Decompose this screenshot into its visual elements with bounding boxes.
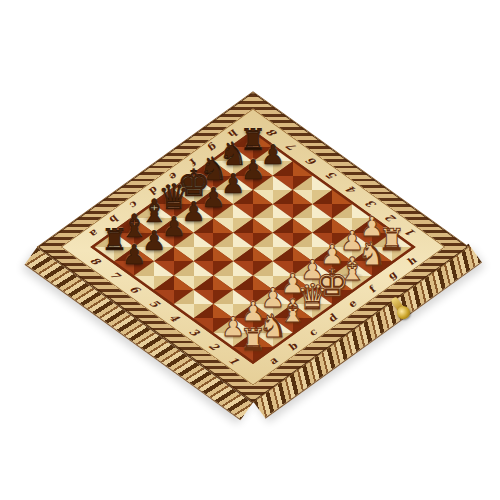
chess-board: 8877665544332211aabbccddeeffgghh ♜♝♝♛♚♞♞… (38, 92, 468, 402)
chess-set-photo: 8877665544332211aabbccddeeffgghh ♜♝♝♛♚♞♞… (0, 0, 500, 500)
piece-black-pawn[interactable]: ♟ (120, 240, 148, 268)
piece-white-rook[interactable]: ♜ (239, 326, 267, 354)
